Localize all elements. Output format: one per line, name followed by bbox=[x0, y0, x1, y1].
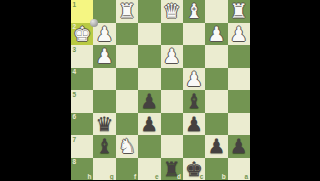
square-g8[interactable]: g bbox=[93, 158, 115, 181]
white-king-h2[interactable]: ♚ bbox=[73, 23, 91, 45]
white-pawn-b2[interactable]: ♟ bbox=[207, 23, 225, 45]
rank-label-1: 1 bbox=[73, 1, 77, 8]
square-h4[interactable]: 4 bbox=[71, 68, 93, 91]
rank-label-8: 8 bbox=[73, 158, 77, 165]
black-rook-d8[interactable]: ♜ bbox=[163, 158, 181, 180]
square-c6[interactable]: ♟ bbox=[183, 113, 205, 136]
square-c5[interactable]: ♝ bbox=[183, 90, 205, 113]
square-e4[interactable] bbox=[138, 68, 160, 91]
square-h7[interactable]: 7 bbox=[71, 135, 93, 158]
square-h8[interactable]: 8h bbox=[71, 158, 93, 181]
square-b8[interactable]: b bbox=[205, 158, 227, 181]
white-pawn-g3[interactable]: ♟ bbox=[96, 45, 114, 67]
black-king-c8[interactable]: ♚ bbox=[185, 158, 203, 180]
square-c4[interactable]: ♟ bbox=[183, 68, 205, 91]
square-h1[interactable]: 1 bbox=[71, 0, 93, 23]
square-g3[interactable]: ♟ bbox=[93, 45, 115, 68]
rank-label-6: 6 bbox=[73, 113, 77, 120]
white-bishop-c1[interactable]: ♝ bbox=[185, 0, 203, 22]
square-b3[interactable] bbox=[205, 45, 227, 68]
square-g5[interactable] bbox=[93, 90, 115, 113]
square-d8[interactable]: d♜ bbox=[161, 158, 183, 181]
square-a1[interactable]: ♜ bbox=[228, 0, 250, 23]
black-pawn-a7[interactable]: ♟ bbox=[230, 135, 248, 157]
square-f1[interactable]: ♜ bbox=[116, 0, 138, 23]
white-queen-d1[interactable]: ♛ bbox=[163, 0, 181, 22]
square-f5[interactable] bbox=[116, 90, 138, 113]
white-rook-a1[interactable]: ♜ bbox=[230, 0, 248, 22]
square-d5[interactable] bbox=[161, 90, 183, 113]
rank-label-5: 5 bbox=[73, 91, 77, 98]
square-e1[interactable] bbox=[138, 0, 160, 23]
square-f4[interactable] bbox=[116, 68, 138, 91]
white-pawn-g2[interactable]: ♟ bbox=[96, 23, 114, 45]
move-badge-icon bbox=[90, 19, 98, 27]
black-queen-g6[interactable]: ♛ bbox=[96, 113, 114, 135]
square-c7[interactable] bbox=[183, 135, 205, 158]
black-pawn-e6[interactable]: ♟ bbox=[140, 113, 158, 135]
square-c3[interactable] bbox=[183, 45, 205, 68]
square-d6[interactable] bbox=[161, 113, 183, 136]
square-d7[interactable] bbox=[161, 135, 183, 158]
black-pawn-b7[interactable]: ♟ bbox=[207, 135, 225, 157]
square-h3[interactable]: 3 bbox=[71, 45, 93, 68]
square-a7[interactable]: ♟ bbox=[228, 135, 250, 158]
black-bishop-g7[interactable]: ♝ bbox=[96, 135, 114, 157]
square-a4[interactable] bbox=[228, 68, 250, 91]
square-a3[interactable] bbox=[228, 45, 250, 68]
black-bishop-c5[interactable]: ♝ bbox=[185, 90, 203, 112]
square-f6[interactable] bbox=[116, 113, 138, 136]
screenshot-root: { "game": "chess", "position": { "fen": … bbox=[0, 0, 320, 180]
square-e2[interactable] bbox=[138, 23, 160, 46]
file-label-b: b bbox=[222, 173, 226, 180]
white-knight-f7[interactable]: ♞ bbox=[118, 135, 136, 157]
square-a6[interactable] bbox=[228, 113, 250, 136]
square-a5[interactable] bbox=[228, 90, 250, 113]
square-f8[interactable]: f bbox=[116, 158, 138, 181]
black-pawn-c6[interactable]: ♟ bbox=[185, 113, 203, 135]
file-label-a: a bbox=[244, 173, 248, 180]
rank-label-7: 7 bbox=[73, 136, 77, 143]
rank-label-4: 4 bbox=[73, 68, 77, 75]
file-label-h: h bbox=[87, 173, 91, 180]
square-b5[interactable] bbox=[205, 90, 227, 113]
square-e6[interactable]: ♟ bbox=[138, 113, 160, 136]
square-g4[interactable] bbox=[93, 68, 115, 91]
square-f7[interactable]: ♞ bbox=[116, 135, 138, 158]
square-h2[interactable]: 2♚ bbox=[71, 23, 93, 46]
rank-label-3: 3 bbox=[73, 46, 77, 53]
white-rook-f1[interactable]: ♜ bbox=[118, 0, 136, 22]
file-label-g: g bbox=[110, 173, 114, 180]
square-f3[interactable] bbox=[116, 45, 138, 68]
square-b2[interactable]: ♟ bbox=[205, 23, 227, 46]
square-g7[interactable]: ♝ bbox=[93, 135, 115, 158]
square-b4[interactable] bbox=[205, 68, 227, 91]
square-e7[interactable] bbox=[138, 135, 160, 158]
black-pawn-e5[interactable]: ♟ bbox=[140, 90, 158, 112]
square-f2[interactable] bbox=[116, 23, 138, 46]
white-pawn-d3[interactable]: ♟ bbox=[163, 45, 181, 67]
square-c2[interactable] bbox=[183, 23, 205, 46]
chess-board: 1♜♛♝♜2♚♟♟♟3♟♟4♟5♟♝6♛♟♟7♝♞♟♟8hgfed♜c♚ba bbox=[71, 0, 250, 180]
square-d3[interactable]: ♟ bbox=[161, 45, 183, 68]
board-grid: 1♜♛♝♜2♚♟♟♟3♟♟4♟5♟♝6♛♟♟7♝♞♟♟8hgfed♜c♚ba bbox=[71, 0, 250, 180]
square-e5[interactable]: ♟ bbox=[138, 90, 160, 113]
square-b1[interactable] bbox=[205, 0, 227, 23]
square-d4[interactable] bbox=[161, 68, 183, 91]
white-pawn-a2[interactable]: ♟ bbox=[230, 23, 248, 45]
square-d1[interactable]: ♛ bbox=[161, 0, 183, 23]
square-h6[interactable]: 6 bbox=[71, 113, 93, 136]
square-g6[interactable]: ♛ bbox=[93, 113, 115, 136]
white-pawn-c4[interactable]: ♟ bbox=[185, 68, 203, 90]
file-label-e: e bbox=[155, 173, 159, 180]
file-label-f: f bbox=[134, 173, 136, 180]
square-d2[interactable] bbox=[161, 23, 183, 46]
square-c8[interactable]: c♚ bbox=[183, 158, 205, 181]
square-b7[interactable]: ♟ bbox=[205, 135, 227, 158]
square-b6[interactable] bbox=[205, 113, 227, 136]
square-a2[interactable]: ♟ bbox=[228, 23, 250, 46]
square-e8[interactable]: e bbox=[138, 158, 160, 181]
square-a8[interactable]: a bbox=[228, 158, 250, 181]
square-h5[interactable]: 5 bbox=[71, 90, 93, 113]
square-c1[interactable]: ♝ bbox=[183, 0, 205, 23]
square-e3[interactable] bbox=[138, 45, 160, 68]
